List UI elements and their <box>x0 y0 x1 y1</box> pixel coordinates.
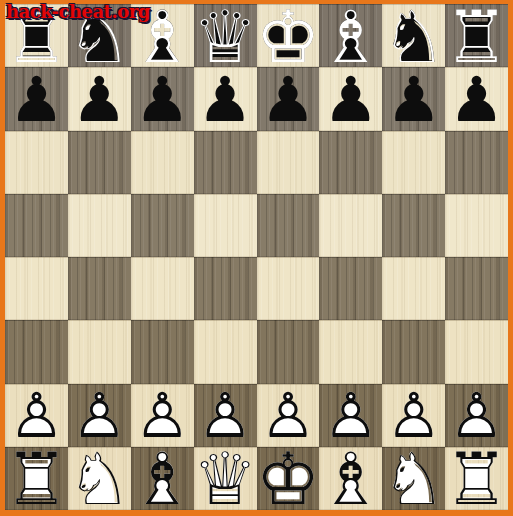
pawn-glyph-fill: ♟ <box>68 68 131 130</box>
pawn-glyph-fill: ♟ <box>5 68 68 130</box>
square-c3[interactable] <box>131 320 194 383</box>
pawn-glyph-fill: ♟ <box>319 68 382 130</box>
black-rook[interactable]: ♜♖ <box>445 4 508 67</box>
square-f2[interactable]: ♟♙ <box>319 384 382 447</box>
black-bishop[interactable]: ♝♗ <box>131 4 194 67</box>
black-pawn[interactable]: ♟ <box>382 67 445 130</box>
knight-glyph-outline: ♘ <box>68 448 131 510</box>
bishop-glyph-outline: ♗ <box>131 448 194 510</box>
square-g6[interactable] <box>382 131 445 194</box>
square-c1[interactable]: ♝♗ <box>131 447 194 510</box>
white-pawn[interactable]: ♟♙ <box>5 384 68 447</box>
square-g5[interactable] <box>382 194 445 257</box>
black-queen[interactable]: ♛♕ <box>194 4 257 67</box>
black-rook[interactable]: ♜♖ <box>5 4 68 67</box>
square-b2[interactable]: ♟♙ <box>68 384 131 447</box>
pawn-glyph-outline: ♙ <box>382 385 445 447</box>
square-g2[interactable]: ♟♙ <box>382 384 445 447</box>
pawn-glyph-outline: ♙ <box>257 385 320 447</box>
square-a5[interactable] <box>5 194 68 257</box>
pawn-glyph-fill: ♟ <box>257 68 320 130</box>
square-e4[interactable] <box>257 257 320 320</box>
square-f4[interactable] <box>319 257 382 320</box>
square-d7[interactable]: ♟ <box>194 67 257 130</box>
square-b6[interactable] <box>68 131 131 194</box>
square-g7[interactable]: ♟ <box>382 67 445 130</box>
white-pawn[interactable]: ♟♙ <box>68 384 131 447</box>
square-h3[interactable] <box>445 320 508 383</box>
white-bishop[interactable]: ♝♗ <box>131 447 194 510</box>
square-d8[interactable]: ♛♕ <box>194 4 257 67</box>
square-d2[interactable]: ♟♙ <box>194 384 257 447</box>
square-g4[interactable] <box>382 257 445 320</box>
square-e1[interactable]: ♚♔ <box>257 447 320 510</box>
pawn-glyph-outline: ♙ <box>68 385 131 447</box>
rook-glyph-outline: ♖ <box>445 5 508 67</box>
square-a8[interactable]: ♜♖ <box>5 4 68 67</box>
knight-glyph-outline: ♘ <box>382 448 445 510</box>
white-pawn[interactable]: ♟♙ <box>445 384 508 447</box>
square-c6[interactable] <box>131 131 194 194</box>
square-h4[interactable] <box>445 257 508 320</box>
square-c5[interactable] <box>131 194 194 257</box>
pawn-glyph-outline: ♙ <box>131 385 194 447</box>
square-g1[interactable]: ♞♘ <box>382 447 445 510</box>
square-c8[interactable]: ♝♗ <box>131 4 194 67</box>
queen-glyph-outline: ♕ <box>194 448 257 510</box>
pawn-glyph-outline: ♙ <box>194 385 257 447</box>
black-pawn[interactable]: ♟ <box>68 67 131 130</box>
white-king[interactable]: ♚♔ <box>257 447 320 510</box>
knight-glyph-outline: ♘ <box>68 5 131 67</box>
pawn-glyph-fill: ♟ <box>131 68 194 130</box>
square-a7[interactable]: ♟ <box>5 67 68 130</box>
square-f1[interactable]: ♝♗ <box>319 447 382 510</box>
square-d6[interactable] <box>194 131 257 194</box>
rook-glyph-outline: ♖ <box>5 5 68 67</box>
square-c7[interactable]: ♟ <box>131 67 194 130</box>
pawn-glyph-fill: ♟ <box>194 68 257 130</box>
square-d3[interactable] <box>194 320 257 383</box>
square-a1[interactable]: ♜♖ <box>5 447 68 510</box>
white-knight[interactable]: ♞♘ <box>68 447 131 510</box>
square-h1[interactable]: ♜♖ <box>445 447 508 510</box>
square-f5[interactable] <box>319 194 382 257</box>
square-h2[interactable]: ♟♙ <box>445 384 508 447</box>
square-a6[interactable] <box>5 131 68 194</box>
white-pawn[interactable]: ♟♙ <box>257 384 320 447</box>
white-pawn[interactable]: ♟♙ <box>131 384 194 447</box>
white-pawn[interactable]: ♟♙ <box>194 384 257 447</box>
white-bishop[interactable]: ♝♗ <box>319 447 382 510</box>
white-knight[interactable]: ♞♘ <box>382 447 445 510</box>
bishop-glyph-outline: ♗ <box>319 448 382 510</box>
square-e5[interactable] <box>257 194 320 257</box>
square-a4[interactable] <box>5 257 68 320</box>
black-knight[interactable]: ♞♘ <box>382 4 445 67</box>
rook-glyph-outline: ♖ <box>445 448 508 510</box>
black-pawn[interactable]: ♟ <box>131 67 194 130</box>
square-c2[interactable]: ♟♙ <box>131 384 194 447</box>
square-d4[interactable] <box>194 257 257 320</box>
pawn-glyph-outline: ♙ <box>319 385 382 447</box>
queen-glyph-outline: ♕ <box>194 5 257 67</box>
square-e6[interactable] <box>257 131 320 194</box>
square-b7[interactable]: ♟ <box>68 67 131 130</box>
rook-glyph-outline: ♖ <box>5 448 68 510</box>
square-e8[interactable]: ♚♔ <box>257 4 320 67</box>
square-a3[interactable] <box>5 320 68 383</box>
white-rook[interactable]: ♜♖ <box>5 447 68 510</box>
black-bishop[interactable]: ♝♗ <box>319 4 382 67</box>
square-d1[interactable]: ♛♕ <box>194 447 257 510</box>
app-frame: ♜♖♞♘♝♗♛♕♚♔♝♗♞♘♜♖♟♟♟♟♟♟♟♟♟♙♟♙♟♙♟♙♟♙♟♙♟♙♟♙… <box>0 0 513 516</box>
white-rook[interactable]: ♜♖ <box>445 447 508 510</box>
black-pawn[interactable]: ♟ <box>319 67 382 130</box>
knight-glyph-outline: ♘ <box>382 5 445 67</box>
white-queen[interactable]: ♛♕ <box>194 447 257 510</box>
black-pawn[interactable]: ♟ <box>194 67 257 130</box>
square-b5[interactable] <box>68 194 131 257</box>
pawn-glyph-outline: ♙ <box>445 385 508 447</box>
square-b3[interactable] <box>68 320 131 383</box>
square-h8[interactable]: ♜♖ <box>445 4 508 67</box>
square-g8[interactable]: ♞♘ <box>382 4 445 67</box>
square-d5[interactable] <box>194 194 257 257</box>
square-f3[interactable] <box>319 320 382 383</box>
square-h7[interactable]: ♟ <box>445 67 508 130</box>
square-f8[interactable]: ♝♗ <box>319 4 382 67</box>
pawn-glyph-fill: ♟ <box>445 68 508 130</box>
pawn-glyph-outline: ♙ <box>5 385 68 447</box>
square-f6[interactable] <box>319 131 382 194</box>
square-a2[interactable]: ♟♙ <box>5 384 68 447</box>
square-e2[interactable]: ♟♙ <box>257 384 320 447</box>
king-glyph-outline: ♔ <box>257 448 320 510</box>
square-e3[interactable] <box>257 320 320 383</box>
bishop-glyph-outline: ♗ <box>319 5 382 67</box>
square-f7[interactable]: ♟ <box>319 67 382 130</box>
square-b8[interactable]: ♞♘ <box>68 4 131 67</box>
bishop-glyph-outline: ♗ <box>131 5 194 67</box>
pawn-glyph-fill: ♟ <box>382 68 445 130</box>
square-h5[interactable] <box>445 194 508 257</box>
white-pawn[interactable]: ♟♙ <box>382 384 445 447</box>
black-pawn[interactable]: ♟ <box>257 67 320 130</box>
square-g3[interactable] <box>382 320 445 383</box>
chess-board: ♜♖♞♘♝♗♛♕♚♔♝♗♞♘♜♖♟♟♟♟♟♟♟♟♟♙♟♙♟♙♟♙♟♙♟♙♟♙♟♙… <box>5 4 508 510</box>
white-pawn[interactable]: ♟♙ <box>319 384 382 447</box>
black-king[interactable]: ♚♔ <box>257 4 320 67</box>
square-c4[interactable] <box>131 257 194 320</box>
king-glyph-outline: ♔ <box>257 5 320 67</box>
square-b4[interactable] <box>68 257 131 320</box>
square-b1[interactable]: ♞♘ <box>68 447 131 510</box>
black-pawn[interactable]: ♟ <box>5 67 68 130</box>
square-e7[interactable]: ♟ <box>257 67 320 130</box>
square-h6[interactable] <box>445 131 508 194</box>
black-knight[interactable]: ♞♘ <box>68 4 131 67</box>
black-pawn[interactable]: ♟ <box>445 67 508 130</box>
